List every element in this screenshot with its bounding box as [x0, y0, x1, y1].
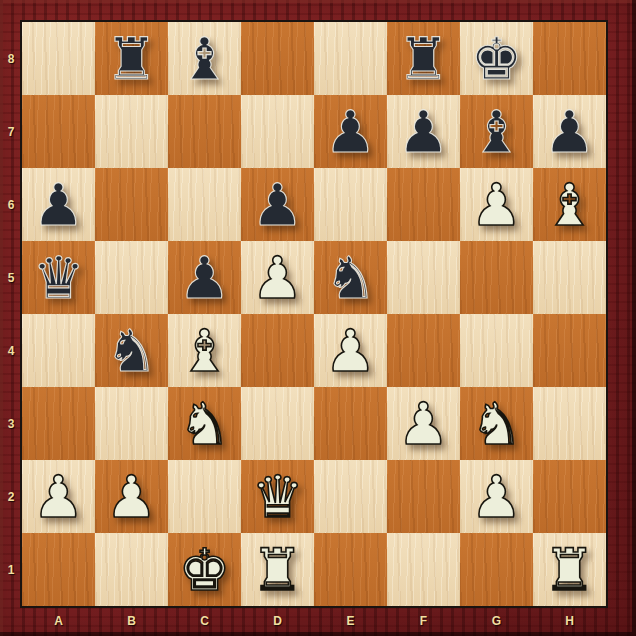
- square-f8[interactable]: ♜: [387, 22, 460, 95]
- piece-black-bishop-g7[interactable]: ♝: [460, 95, 533, 168]
- chess-board: ♜♝♜♚♟♟♝♟♟♟♟♝♛♟♟♞♞♝♟♞♟♞♟♟♛♟♚♜♜: [22, 22, 606, 606]
- square-c7[interactable]: [168, 95, 241, 168]
- piece-white-pawn-e4[interactable]: ♟: [314, 314, 387, 387]
- square-c2[interactable]: [168, 460, 241, 533]
- square-e4[interactable]: ♟: [314, 314, 387, 387]
- square-c1[interactable]: ♚: [168, 533, 241, 606]
- file-label-g: G: [460, 608, 533, 634]
- piece-black-pawn-e7[interactable]: ♟: [314, 95, 387, 168]
- square-a2[interactable]: ♟: [22, 460, 95, 533]
- square-h6[interactable]: ♝: [533, 168, 606, 241]
- square-f1[interactable]: [387, 533, 460, 606]
- piece-white-king-c1[interactable]: ♚: [168, 533, 241, 606]
- square-g6[interactable]: ♟: [460, 168, 533, 241]
- square-a7[interactable]: [22, 95, 95, 168]
- rank-labels: 87654321: [0, 22, 22, 606]
- piece-black-pawn-c5[interactable]: ♟: [168, 241, 241, 314]
- file-label-a: A: [22, 608, 95, 634]
- piece-white-rook-h1[interactable]: ♜: [533, 533, 606, 606]
- file-label-d: D: [241, 608, 314, 634]
- rank-label-2: 2: [0, 460, 22, 533]
- piece-black-knight-b4[interactable]: ♞: [95, 314, 168, 387]
- square-c3[interactable]: ♞: [168, 387, 241, 460]
- chess-board-frame: ♜♝♜♚♟♟♝♟♟♟♟♝♛♟♟♞♞♝♟♞♟♞♟♟♛♟♚♜♜ 87654321 A…: [0, 0, 636, 636]
- square-c6[interactable]: [168, 168, 241, 241]
- square-h4[interactable]: [533, 314, 606, 387]
- rank-label-5: 5: [0, 241, 22, 314]
- square-f2[interactable]: [387, 460, 460, 533]
- square-c8[interactable]: ♝: [168, 22, 241, 95]
- square-c5[interactable]: ♟: [168, 241, 241, 314]
- rank-label-7: 7: [0, 95, 22, 168]
- square-f4[interactable]: [387, 314, 460, 387]
- square-a8[interactable]: [22, 22, 95, 95]
- file-label-e: E: [314, 608, 387, 634]
- square-f3[interactable]: ♟: [387, 387, 460, 460]
- piece-black-rook-f8[interactable]: ♜: [387, 22, 460, 95]
- square-a4[interactable]: [22, 314, 95, 387]
- piece-white-pawn-b2[interactable]: ♟: [95, 460, 168, 533]
- square-b4[interactable]: ♞: [95, 314, 168, 387]
- square-b6[interactable]: [95, 168, 168, 241]
- square-g3[interactable]: ♞: [460, 387, 533, 460]
- square-h7[interactable]: ♟: [533, 95, 606, 168]
- square-b1[interactable]: [95, 533, 168, 606]
- square-e7[interactable]: ♟: [314, 95, 387, 168]
- square-a5[interactable]: ♛: [22, 241, 95, 314]
- square-d5[interactable]: ♟: [241, 241, 314, 314]
- square-g8[interactable]: ♚: [460, 22, 533, 95]
- square-f7[interactable]: ♟: [387, 95, 460, 168]
- square-b8[interactable]: ♜: [95, 22, 168, 95]
- square-b5[interactable]: [95, 241, 168, 314]
- piece-black-knight-e5[interactable]: ♞: [314, 241, 387, 314]
- file-label-f: F: [387, 608, 460, 634]
- square-d6[interactable]: ♟: [241, 168, 314, 241]
- piece-black-pawn-a6[interactable]: ♟: [22, 168, 95, 241]
- square-h5[interactable]: [533, 241, 606, 314]
- piece-black-pawn-d6[interactable]: ♟: [241, 168, 314, 241]
- piece-white-bishop-c4[interactable]: ♝: [168, 314, 241, 387]
- square-e6[interactable]: [314, 168, 387, 241]
- square-g5[interactable]: [460, 241, 533, 314]
- square-g1[interactable]: [460, 533, 533, 606]
- piece-white-pawn-d5[interactable]: ♟: [241, 241, 314, 314]
- square-b2[interactable]: ♟: [95, 460, 168, 533]
- piece-white-pawn-g2[interactable]: ♟: [460, 460, 533, 533]
- piece-white-knight-g3[interactable]: ♞: [460, 387, 533, 460]
- piece-white-pawn-a2[interactable]: ♟: [22, 460, 95, 533]
- file-label-h: H: [533, 608, 606, 634]
- square-f6[interactable]: [387, 168, 460, 241]
- square-e1[interactable]: [314, 533, 387, 606]
- square-h2[interactable]: [533, 460, 606, 533]
- square-d3[interactable]: [241, 387, 314, 460]
- square-d4[interactable]: [241, 314, 314, 387]
- piece-black-queen-a5[interactable]: ♛: [22, 241, 95, 314]
- square-f5[interactable]: [387, 241, 460, 314]
- square-d7[interactable]: [241, 95, 314, 168]
- square-d8[interactable]: [241, 22, 314, 95]
- file-label-c: C: [168, 608, 241, 634]
- piece-black-pawn-f7[interactable]: ♟: [387, 95, 460, 168]
- square-b7[interactable]: [95, 95, 168, 168]
- rank-label-4: 4: [0, 314, 22, 387]
- square-g4[interactable]: [460, 314, 533, 387]
- piece-black-pawn-h7[interactable]: ♟: [533, 95, 606, 168]
- rank-label-6: 6: [0, 168, 22, 241]
- piece-white-knight-c3[interactable]: ♞: [168, 387, 241, 460]
- square-a6[interactable]: ♟: [22, 168, 95, 241]
- square-a3[interactable]: [22, 387, 95, 460]
- piece-white-rook-d1[interactable]: ♜: [241, 533, 314, 606]
- square-h3[interactable]: [533, 387, 606, 460]
- square-a1[interactable]: [22, 533, 95, 606]
- square-e2[interactable]: [314, 460, 387, 533]
- piece-white-pawn-f3[interactable]: ♟: [387, 387, 460, 460]
- square-d1[interactable]: ♜: [241, 533, 314, 606]
- square-e5[interactable]: ♞: [314, 241, 387, 314]
- file-labels: ABCDEFGH: [22, 608, 606, 634]
- square-e3[interactable]: [314, 387, 387, 460]
- piece-white-bishop-h6[interactable]: ♝: [533, 168, 606, 241]
- piece-black-rook-b8[interactable]: ♜: [95, 22, 168, 95]
- square-c4[interactable]: ♝: [168, 314, 241, 387]
- square-d2[interactable]: ♛: [241, 460, 314, 533]
- rank-label-8: 8: [0, 22, 22, 95]
- rank-label-1: 1: [0, 533, 22, 606]
- piece-black-bishop-c8[interactable]: ♝: [168, 22, 241, 95]
- square-g7[interactable]: ♝: [460, 95, 533, 168]
- square-b3[interactable]: [95, 387, 168, 460]
- piece-black-king-g8[interactable]: ♚: [460, 22, 533, 95]
- rank-label-3: 3: [0, 387, 22, 460]
- file-label-b: B: [95, 608, 168, 634]
- square-e8[interactable]: [314, 22, 387, 95]
- piece-white-queen-d2[interactable]: ♛: [241, 460, 314, 533]
- square-h8[interactable]: [533, 22, 606, 95]
- piece-white-pawn-g6[interactable]: ♟: [460, 168, 533, 241]
- square-g2[interactable]: ♟: [460, 460, 533, 533]
- square-h1[interactable]: ♜: [533, 533, 606, 606]
